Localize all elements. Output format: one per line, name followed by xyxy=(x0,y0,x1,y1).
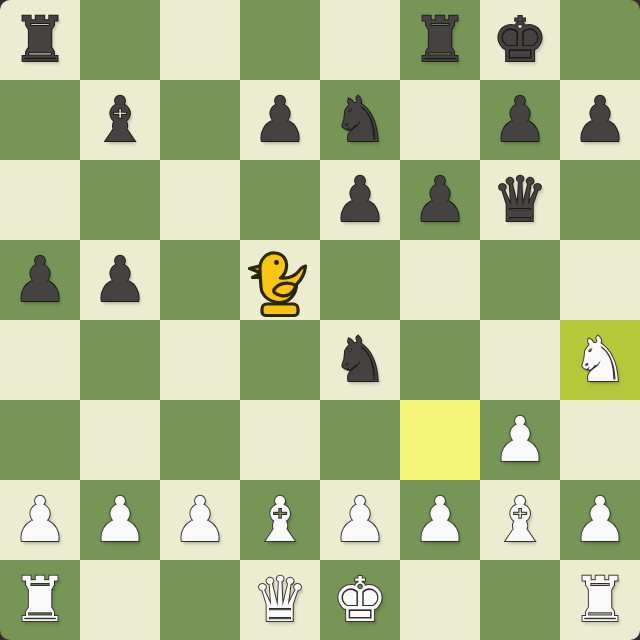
black-pawn-piece[interactable]: ♟ xyxy=(560,80,640,160)
square-d6[interactable] xyxy=(240,160,320,240)
square-h5[interactable] xyxy=(560,240,640,320)
square-c3[interactable] xyxy=(160,400,240,480)
square-c8[interactable] xyxy=(160,0,240,80)
square-d4[interactable] xyxy=(240,320,320,400)
black-bishop-piece[interactable]: ♝ xyxy=(80,80,160,160)
white-pawn-piece[interactable]: ♟ xyxy=(560,480,640,560)
square-a1[interactable]: ♜ xyxy=(0,560,80,640)
square-g8[interactable]: ♚ xyxy=(480,0,560,80)
square-c6[interactable] xyxy=(160,160,240,240)
square-b6[interactable] xyxy=(80,160,160,240)
black-rook-piece[interactable]: ♜ xyxy=(0,0,80,80)
square-b4[interactable] xyxy=(80,320,160,400)
white-rook-piece[interactable]: ♜ xyxy=(560,560,640,640)
square-h6[interactable] xyxy=(560,160,640,240)
square-e1[interactable]: ♚ xyxy=(320,560,400,640)
square-d8[interactable] xyxy=(240,0,320,80)
square-g2[interactable]: ♝ xyxy=(480,480,560,560)
square-e6[interactable]: ♟ xyxy=(320,160,400,240)
white-pawn-piece[interactable]: ♟ xyxy=(400,480,480,560)
white-pawn-piece[interactable]: ♟ xyxy=(80,480,160,560)
black-knight-piece[interactable]: ♞ xyxy=(320,320,400,400)
square-c5[interactable] xyxy=(160,240,240,320)
black-rook-piece[interactable]: ♜ xyxy=(400,0,480,80)
square-c1[interactable] xyxy=(160,560,240,640)
square-h1[interactable]: ♜ xyxy=(560,560,640,640)
black-pawn-piece[interactable]: ♟ xyxy=(320,160,400,240)
square-b7[interactable]: ♝ xyxy=(80,80,160,160)
white-queen-piece[interactable]: ♛ xyxy=(240,560,320,640)
square-g4[interactable] xyxy=(480,320,560,400)
square-a7[interactable] xyxy=(0,80,80,160)
square-a4[interactable] xyxy=(0,320,80,400)
square-a8[interactable]: ♜ xyxy=(0,0,80,80)
white-pawn-piece[interactable]: ♟ xyxy=(320,480,400,560)
square-b1[interactable] xyxy=(80,560,160,640)
square-c2[interactable]: ♟ xyxy=(160,480,240,560)
square-g6[interactable]: ♛ xyxy=(480,160,560,240)
white-king-piece[interactable]: ♚ xyxy=(320,560,400,640)
square-e5[interactable] xyxy=(320,240,400,320)
black-pawn-piece[interactable]: ♟ xyxy=(480,80,560,160)
black-king-piece[interactable]: ♚ xyxy=(480,0,560,80)
black-knight-piece[interactable]: ♞ xyxy=(320,80,400,160)
square-f4[interactable] xyxy=(400,320,480,400)
square-f1[interactable] xyxy=(400,560,480,640)
black-pawn-piece[interactable]: ♟ xyxy=(0,240,80,320)
square-f7[interactable] xyxy=(400,80,480,160)
square-e8[interactable] xyxy=(320,0,400,80)
square-h8[interactable] xyxy=(560,0,640,80)
square-e2[interactable]: ♟ xyxy=(320,480,400,560)
square-a6[interactable] xyxy=(0,160,80,240)
square-f8[interactable]: ♜ xyxy=(400,0,480,80)
square-b3[interactable] xyxy=(80,400,160,480)
square-h4[interactable]: ♞ xyxy=(560,320,640,400)
square-e4[interactable]: ♞ xyxy=(320,320,400,400)
white-pawn-piece[interactable]: ♟ xyxy=(0,480,80,560)
square-f5[interactable] xyxy=(400,240,480,320)
duck-eye xyxy=(274,260,279,265)
square-a3[interactable] xyxy=(0,400,80,480)
black-pawn-piece[interactable]: ♟ xyxy=(240,80,320,160)
white-bishop-piece[interactable]: ♝ xyxy=(240,480,320,560)
square-f2[interactable]: ♟ xyxy=(400,480,480,560)
square-h3[interactable] xyxy=(560,400,640,480)
square-g7[interactable]: ♟ xyxy=(480,80,560,160)
square-f3[interactable] xyxy=(400,400,480,480)
square-e3[interactable] xyxy=(320,400,400,480)
square-d5[interactable] xyxy=(240,240,320,320)
square-g5[interactable] xyxy=(480,240,560,320)
square-b2[interactable]: ♟ xyxy=(80,480,160,560)
black-pawn-piece[interactable]: ♟ xyxy=(80,240,160,320)
square-a2[interactable]: ♟ xyxy=(0,480,80,560)
black-queen-piece[interactable]: ♛ xyxy=(480,160,560,240)
black-pawn-piece[interactable]: ♟ xyxy=(400,160,480,240)
square-g3[interactable]: ♟ xyxy=(480,400,560,480)
duck-icon xyxy=(240,240,320,320)
square-d2[interactable]: ♝ xyxy=(240,480,320,560)
white-knight-piece[interactable]: ♞ xyxy=(560,320,640,400)
white-rook-piece[interactable]: ♜ xyxy=(0,560,80,640)
square-h2[interactable]: ♟ xyxy=(560,480,640,560)
square-c4[interactable] xyxy=(160,320,240,400)
square-d3[interactable] xyxy=(240,400,320,480)
square-d1[interactable]: ♛ xyxy=(240,560,320,640)
square-a5[interactable]: ♟ xyxy=(0,240,80,320)
square-g1[interactable] xyxy=(480,560,560,640)
duck-piece[interactable] xyxy=(240,240,320,320)
square-b5[interactable]: ♟ xyxy=(80,240,160,320)
white-pawn-piece[interactable]: ♟ xyxy=(160,480,240,560)
square-c7[interactable] xyxy=(160,80,240,160)
white-pawn-piece[interactable]: ♟ xyxy=(480,400,560,480)
white-bishop-piece[interactable]: ♝ xyxy=(480,480,560,560)
square-h7[interactable]: ♟ xyxy=(560,80,640,160)
chess-board: ♜♜♚♝♟♞♟♟♟♟♛♟♟ ♞♞♟♟♟♟♝♟♟♝♟♜♛♚♜ xyxy=(0,0,640,640)
square-d7[interactable]: ♟ xyxy=(240,80,320,160)
square-e7[interactable]: ♞ xyxy=(320,80,400,160)
square-b8[interactable] xyxy=(80,0,160,80)
square-f6[interactable]: ♟ xyxy=(400,160,480,240)
